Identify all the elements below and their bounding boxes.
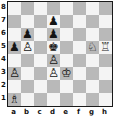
square-e2[interactable] <box>60 80 73 93</box>
file-label-c: c <box>33 107 46 118</box>
square-b3[interactable] <box>21 67 34 80</box>
square-a3[interactable]: ♙ <box>8 67 21 80</box>
square-h4[interactable] <box>99 54 112 67</box>
piece-white-pawn: ♙ <box>48 54 59 67</box>
square-c2[interactable] <box>34 80 47 93</box>
square-f6[interactable] <box>73 28 86 41</box>
square-d5[interactable]: ♚ <box>47 41 60 54</box>
piece-black-pawn: ♟ <box>9 41 20 54</box>
piece-black-pawn: ♟ <box>48 28 59 41</box>
square-d2[interactable] <box>47 80 60 93</box>
piece-black-pawn: ♟ <box>22 28 33 41</box>
chess-board: ♟♟♟♟♙♚♘♖♙♙♙♔♗ <box>7 1 113 107</box>
square-c4[interactable] <box>34 54 47 67</box>
square-g5[interactable]: ♘ <box>86 41 99 54</box>
square-c6[interactable] <box>34 28 47 41</box>
rank-label-8: 8 <box>0 1 7 14</box>
square-e6[interactable] <box>60 28 73 41</box>
square-h3[interactable] <box>99 67 112 80</box>
square-d3[interactable]: ♙ <box>47 67 60 80</box>
file-label-h: h <box>98 107 111 118</box>
square-a5[interactable]: ♟ <box>8 41 21 54</box>
rank-label-5: 5 <box>0 40 7 53</box>
square-h5[interactable]: ♖ <box>99 41 112 54</box>
square-f8[interactable] <box>73 2 86 15</box>
square-b6[interactable]: ♟ <box>21 28 34 41</box>
square-b4[interactable] <box>21 54 34 67</box>
square-c5[interactable] <box>34 41 47 54</box>
square-f2[interactable] <box>73 80 86 93</box>
rank-label-1: 1 <box>0 92 7 105</box>
file-label-a: a <box>7 107 20 118</box>
file-label-f: f <box>72 107 85 118</box>
square-e1[interactable] <box>60 93 73 106</box>
square-d6[interactable]: ♟ <box>47 28 60 41</box>
square-c8[interactable] <box>34 2 47 15</box>
square-f1[interactable] <box>73 93 86 106</box>
square-h8[interactable] <box>99 2 112 15</box>
square-g7[interactable] <box>86 15 99 28</box>
square-f5[interactable] <box>73 41 86 54</box>
square-f3[interactable] <box>73 67 86 80</box>
square-b5[interactable]: ♙ <box>21 41 34 54</box>
square-b2[interactable] <box>21 80 34 93</box>
piece-white-pawn: ♙ <box>22 41 33 54</box>
square-c1[interactable] <box>34 93 47 106</box>
piece-white-pawn: ♙ <box>9 67 20 80</box>
square-a6[interactable] <box>8 28 21 41</box>
file-labels: abcdefgh <box>7 107 118 118</box>
piece-white-king: ♔ <box>61 67 72 80</box>
square-a4[interactable] <box>8 54 21 67</box>
square-b7[interactable] <box>21 15 34 28</box>
square-e8[interactable] <box>60 2 73 15</box>
rank-label-7: 7 <box>0 14 7 27</box>
rank-labels: 87654321 <box>0 1 7 105</box>
rank-label-3: 3 <box>0 66 7 79</box>
chess-diagram: 87654321 ♟♟♟♟♙♚♘♖♙♙♙♔♗ abcdefgh <box>0 0 118 119</box>
rank-label-6: 6 <box>0 27 7 40</box>
file-label-g: g <box>85 107 98 118</box>
square-e5[interactable] <box>60 41 73 54</box>
file-label-e: e <box>59 107 72 118</box>
square-h7[interactable] <box>99 15 112 28</box>
square-a7[interactable] <box>8 15 21 28</box>
square-a2[interactable] <box>8 80 21 93</box>
square-h6[interactable] <box>99 28 112 41</box>
piece-white-rook: ♖ <box>100 41 111 54</box>
square-g3[interactable] <box>86 67 99 80</box>
square-g1[interactable] <box>86 93 99 106</box>
board-row: 87654321 ♟♟♟♟♙♚♘♖♙♙♙♔♗ <box>0 1 118 107</box>
square-d8[interactable] <box>47 2 60 15</box>
square-f4[interactable] <box>73 54 86 67</box>
piece-black-pawn: ♟ <box>48 15 59 28</box>
square-f7[interactable] <box>73 15 86 28</box>
square-c7[interactable] <box>34 15 47 28</box>
square-a1[interactable]: ♗ <box>8 93 21 106</box>
square-d4[interactable]: ♙ <box>47 54 60 67</box>
square-g4[interactable] <box>86 54 99 67</box>
square-g6[interactable] <box>86 28 99 41</box>
piece-black-king: ♚ <box>48 41 59 54</box>
square-e4[interactable] <box>60 54 73 67</box>
square-d7[interactable]: ♟ <box>47 15 60 28</box>
piece-white-bishop: ♗ <box>9 93 20 106</box>
piece-white-pawn: ♙ <box>48 67 59 80</box>
square-g2[interactable] <box>86 80 99 93</box>
piece-white-knight: ♘ <box>87 41 98 54</box>
square-e3[interactable]: ♔ <box>60 67 73 80</box>
file-label-d: d <box>46 107 59 118</box>
rank-label-2: 2 <box>0 79 7 92</box>
square-b8[interactable] <box>21 2 34 15</box>
square-a8[interactable] <box>8 2 21 15</box>
square-b1[interactable] <box>21 93 34 106</box>
square-d1[interactable] <box>47 93 60 106</box>
square-h2[interactable] <box>99 80 112 93</box>
square-c3[interactable] <box>34 67 47 80</box>
square-g8[interactable] <box>86 2 99 15</box>
rank-label-4: 4 <box>0 53 7 66</box>
file-label-b: b <box>20 107 33 118</box>
square-h1[interactable] <box>99 93 112 106</box>
square-e7[interactable] <box>60 15 73 28</box>
